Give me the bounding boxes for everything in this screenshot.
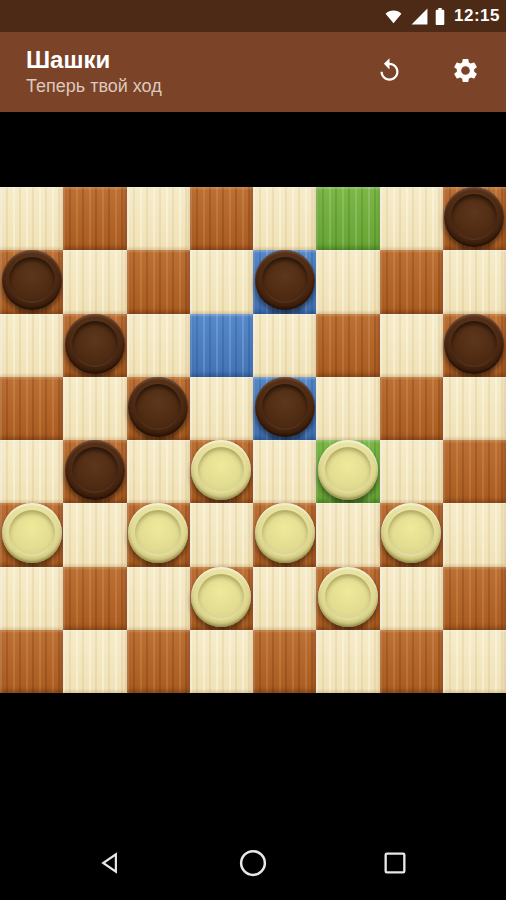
square-a1[interactable] xyxy=(0,630,63,693)
back-icon xyxy=(98,848,124,881)
square-a7[interactable] xyxy=(0,250,63,313)
black-checker-c5[interactable] xyxy=(128,377,188,437)
square-f3[interactable] xyxy=(316,503,379,566)
settings-button[interactable] xyxy=(441,48,489,96)
square-h3[interactable] xyxy=(443,503,506,566)
square-b1[interactable] xyxy=(63,630,126,693)
square-c3[interactable] xyxy=(127,503,190,566)
settings-gear-icon xyxy=(451,56,480,88)
square-b8[interactable] xyxy=(63,187,126,250)
white-checker-d4[interactable] xyxy=(191,440,251,500)
black-gap xyxy=(0,112,506,187)
square-f1[interactable] xyxy=(316,630,379,693)
app-bar: Шашки Теперь твой ход xyxy=(0,32,506,112)
recents-icon xyxy=(381,849,409,880)
square-h1[interactable] xyxy=(443,630,506,693)
square-b6[interactable] xyxy=(63,314,126,377)
square-f6[interactable] xyxy=(316,314,379,377)
black-checker-b6[interactable] xyxy=(65,314,125,374)
status-time: 12:15 xyxy=(454,6,500,26)
turn-status-text: Теперь твой ход xyxy=(26,77,162,97)
square-e6[interactable] xyxy=(253,314,316,377)
square-h4[interactable] xyxy=(443,440,506,503)
square-a8[interactable] xyxy=(0,187,63,250)
square-c7[interactable] xyxy=(127,250,190,313)
board xyxy=(0,187,506,693)
wifi-icon xyxy=(382,7,405,26)
black-checker-b4[interactable] xyxy=(65,440,125,500)
square-a6[interactable] xyxy=(0,314,63,377)
square-e7[interactable] xyxy=(253,250,316,313)
white-checker-d2[interactable] xyxy=(191,567,251,627)
square-h7[interactable] xyxy=(443,250,506,313)
square-d2[interactable] xyxy=(190,567,253,630)
square-f8[interactable] xyxy=(316,187,379,250)
white-checker-a3[interactable] xyxy=(2,503,62,563)
phone-screen: 12:15 Шашки Теперь твой ход xyxy=(0,0,506,900)
square-h6[interactable] xyxy=(443,314,506,377)
square-g2[interactable] xyxy=(380,567,443,630)
square-a2[interactable] xyxy=(0,567,63,630)
white-checker-f4[interactable] xyxy=(318,440,378,500)
square-g6[interactable] xyxy=(380,314,443,377)
square-f5[interactable] xyxy=(316,377,379,440)
black-checker-e7[interactable] xyxy=(255,250,315,310)
square-g8[interactable] xyxy=(380,187,443,250)
square-b2[interactable] xyxy=(63,567,126,630)
square-b4[interactable] xyxy=(63,440,126,503)
square-d3[interactable] xyxy=(190,503,253,566)
square-b7[interactable] xyxy=(63,250,126,313)
square-d8[interactable] xyxy=(190,187,253,250)
back-button[interactable] xyxy=(87,840,135,888)
square-g3[interactable] xyxy=(380,503,443,566)
square-e1[interactable] xyxy=(253,630,316,693)
square-d5[interactable] xyxy=(190,377,253,440)
square-d7[interactable] xyxy=(190,250,253,313)
square-d4[interactable] xyxy=(190,440,253,503)
square-a3[interactable] xyxy=(0,503,63,566)
white-checker-e3[interactable] xyxy=(255,503,315,563)
home-icon xyxy=(238,848,268,881)
square-d6[interactable] xyxy=(190,314,253,377)
square-h8[interactable] xyxy=(443,187,506,250)
undo-icon xyxy=(376,57,403,87)
status-bar: 12:15 xyxy=(0,0,506,32)
square-g1[interactable] xyxy=(380,630,443,693)
navigation-bar xyxy=(0,828,506,900)
battery-icon xyxy=(434,7,446,26)
bottom-black-area xyxy=(0,768,506,900)
square-e2[interactable] xyxy=(253,567,316,630)
white-checker-f2[interactable] xyxy=(318,567,378,627)
square-b3[interactable] xyxy=(63,503,126,566)
square-b5[interactable] xyxy=(63,377,126,440)
square-c1[interactable] xyxy=(127,630,190,693)
black-checker-h8[interactable] xyxy=(444,187,504,247)
square-c5[interactable] xyxy=(127,377,190,440)
square-e8[interactable] xyxy=(253,187,316,250)
white-checker-c3[interactable] xyxy=(128,503,188,563)
square-f4[interactable] xyxy=(316,440,379,503)
recents-button[interactable] xyxy=(371,840,419,888)
black-checker-a7[interactable] xyxy=(2,250,62,310)
square-e4[interactable] xyxy=(253,440,316,503)
white-checker-g3[interactable] xyxy=(381,503,441,563)
square-h5[interactable] xyxy=(443,377,506,440)
app-title: Шашки xyxy=(26,47,162,73)
signal-icon xyxy=(410,7,429,26)
square-g4[interactable] xyxy=(380,440,443,503)
square-f2[interactable] xyxy=(316,567,379,630)
square-c8[interactable] xyxy=(127,187,190,250)
square-e3[interactable] xyxy=(253,503,316,566)
square-h2[interactable] xyxy=(443,567,506,630)
square-g7[interactable] xyxy=(380,250,443,313)
square-f7[interactable] xyxy=(316,250,379,313)
black-checker-e5[interactable] xyxy=(255,377,315,437)
black-checker-h6[interactable] xyxy=(444,314,504,374)
undo-button[interactable] xyxy=(365,48,413,96)
square-e5[interactable] xyxy=(253,377,316,440)
square-a5[interactable] xyxy=(0,377,63,440)
square-c6[interactable] xyxy=(127,314,190,377)
square-d1[interactable] xyxy=(190,630,253,693)
square-c2[interactable] xyxy=(127,567,190,630)
square-g5[interactable] xyxy=(380,377,443,440)
square-c4[interactable] xyxy=(127,440,190,503)
square-a4[interactable] xyxy=(0,440,63,503)
home-button[interactable] xyxy=(229,840,277,888)
